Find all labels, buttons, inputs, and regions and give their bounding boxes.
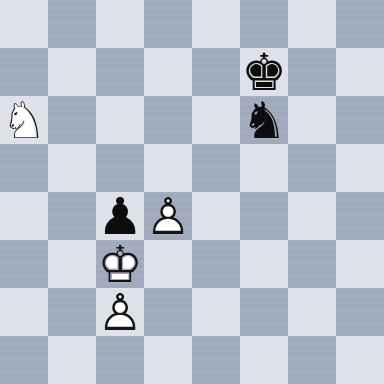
square-g8[interactable] xyxy=(288,0,336,48)
square-h8[interactable] xyxy=(336,0,384,48)
king-glyph: ♚ xyxy=(240,49,288,97)
square-b2[interactable] xyxy=(48,288,96,336)
square-b7[interactable] xyxy=(48,48,96,96)
square-h3[interactable] xyxy=(336,240,384,288)
square-c8[interactable] xyxy=(96,0,144,48)
square-d8[interactable] xyxy=(144,0,192,48)
square-e2[interactable] xyxy=(192,288,240,336)
square-e7[interactable] xyxy=(192,48,240,96)
square-a4[interactable] xyxy=(0,192,48,240)
square-g6[interactable] xyxy=(288,96,336,144)
square-e4[interactable] xyxy=(192,192,240,240)
piece-white-pawn[interactable]: ♟♙ xyxy=(96,288,144,336)
square-e3[interactable] xyxy=(192,240,240,288)
square-c4[interactable]: ♟ xyxy=(96,192,144,240)
square-a6[interactable]: ♞♘ xyxy=(0,96,48,144)
piece-black-pawn[interactable]: ♟ xyxy=(96,192,144,240)
square-c1[interactable] xyxy=(96,336,144,384)
square-a2[interactable] xyxy=(0,288,48,336)
square-f7[interactable]: ♚ xyxy=(240,48,288,96)
king-outline-glyph: ♔ xyxy=(96,241,144,289)
square-b1[interactable] xyxy=(48,336,96,384)
square-g3[interactable] xyxy=(288,240,336,288)
square-g7[interactable] xyxy=(288,48,336,96)
square-h7[interactable] xyxy=(336,48,384,96)
square-c7[interactable] xyxy=(96,48,144,96)
piece-black-king[interactable]: ♚ xyxy=(240,48,288,96)
square-a1[interactable] xyxy=(0,336,48,384)
square-d1[interactable] xyxy=(144,336,192,384)
square-a5[interactable] xyxy=(0,144,48,192)
knight-glyph: ♞ xyxy=(240,97,288,145)
square-b6[interactable] xyxy=(48,96,96,144)
pawn-outline-glyph: ♙ xyxy=(96,289,144,337)
square-e5[interactable] xyxy=(192,144,240,192)
square-f5[interactable] xyxy=(240,144,288,192)
square-g5[interactable] xyxy=(288,144,336,192)
square-h4[interactable] xyxy=(336,192,384,240)
square-h2[interactable] xyxy=(336,288,384,336)
knight-outline-glyph: ♘ xyxy=(0,97,48,145)
square-b3[interactable] xyxy=(48,240,96,288)
piece-white-pawn[interactable]: ♟♙ xyxy=(144,192,192,240)
square-d4[interactable]: ♟♙ xyxy=(144,192,192,240)
pawn-glyph: ♟ xyxy=(96,193,144,241)
square-a7[interactable] xyxy=(0,48,48,96)
square-g1[interactable] xyxy=(288,336,336,384)
square-f3[interactable] xyxy=(240,240,288,288)
square-d2[interactable] xyxy=(144,288,192,336)
square-g2[interactable] xyxy=(288,288,336,336)
square-f2[interactable] xyxy=(240,288,288,336)
pawn-outline-glyph: ♙ xyxy=(144,193,192,241)
piece-black-knight[interactable]: ♞ xyxy=(240,96,288,144)
square-d6[interactable] xyxy=(144,96,192,144)
square-f4[interactable] xyxy=(240,192,288,240)
square-h5[interactable] xyxy=(336,144,384,192)
piece-white-king[interactable]: ♚♔ xyxy=(96,240,144,288)
square-b5[interactable] xyxy=(48,144,96,192)
square-d3[interactable] xyxy=(144,240,192,288)
piece-white-knight[interactable]: ♞♘ xyxy=(0,96,48,144)
square-h1[interactable] xyxy=(336,336,384,384)
square-c2[interactable]: ♟♙ xyxy=(96,288,144,336)
square-b4[interactable] xyxy=(48,192,96,240)
square-c5[interactable] xyxy=(96,144,144,192)
square-g4[interactable] xyxy=(288,192,336,240)
square-c6[interactable] xyxy=(96,96,144,144)
chess-board: ♚♞♘♞♟♟♙♚♔♟♙ xyxy=(0,0,384,384)
square-a8[interactable] xyxy=(0,0,48,48)
square-f1[interactable] xyxy=(240,336,288,384)
square-e1[interactable] xyxy=(192,336,240,384)
square-a3[interactable] xyxy=(0,240,48,288)
square-d5[interactable] xyxy=(144,144,192,192)
square-f8[interactable] xyxy=(240,0,288,48)
square-f6[interactable]: ♞ xyxy=(240,96,288,144)
square-e8[interactable] xyxy=(192,0,240,48)
square-h6[interactable] xyxy=(336,96,384,144)
square-b8[interactable] xyxy=(48,0,96,48)
square-c3[interactable]: ♚♔ xyxy=(96,240,144,288)
square-d7[interactable] xyxy=(144,48,192,96)
square-e6[interactable] xyxy=(192,96,240,144)
